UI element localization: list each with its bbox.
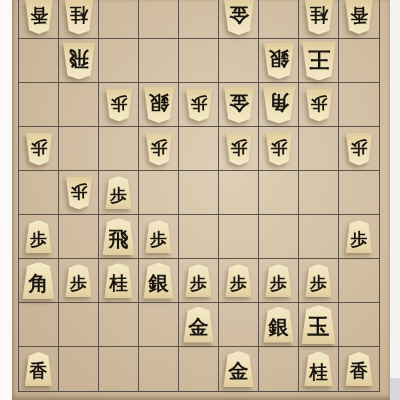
cell-2-6[interactable]: [299, 215, 339, 259]
cell-8-4[interactable]: [59, 127, 99, 171]
piece-sente-kin[interactable]: 金: [223, 351, 255, 387]
cell-4-3[interactable]: 金: [219, 83, 259, 127]
piece-gote-kyo[interactable]: 香: [24, 0, 53, 34]
piece-kanji: 金: [223, 87, 255, 123]
piece-sente-kin[interactable]: 金: [183, 307, 215, 343]
cell-6-3[interactable]: 銀: [139, 83, 179, 127]
piece-sente-fu[interactable]: 歩: [145, 220, 173, 253]
cell-2-8[interactable]: 玉: [299, 303, 339, 347]
piece-gote-kaku[interactable]: 角: [262, 86, 296, 123]
cell-8-6[interactable]: [59, 215, 99, 259]
cell-6-5[interactable]: [139, 171, 179, 215]
piece-gote-fu[interactable]: 歩: [225, 132, 253, 165]
piece-sente-fu[interactable]: 歩: [305, 264, 333, 297]
piece-kanji: 歩: [345, 132, 373, 165]
cell-1-1[interactable]: 香: [339, 0, 379, 39]
cell-7-6[interactable]: 飛: [99, 215, 139, 259]
piece-gote-hisha[interactable]: 飛: [62, 42, 96, 79]
piece-kanji: 歩: [105, 176, 133, 209]
cell-3-1[interactable]: [259, 0, 299, 39]
piece-sente-fu[interactable]: 歩: [105, 176, 133, 209]
cell-2-9[interactable]: 桂: [299, 347, 339, 391]
cell-1-8[interactable]: [339, 303, 379, 347]
piece-kanji: 歩: [25, 220, 53, 253]
shogi-board: 香桂金桂香飛銀王歩銀歩金角歩歩歩歩歩歩歩歩歩飛歩歩角歩桂銀歩歩歩歩金銀玉香金桂香: [12, 0, 390, 400]
piece-kanji: 飛: [62, 42, 96, 79]
photo-background: 香桂金桂香飛銀王歩銀歩金角歩歩歩歩歩歩歩歩歩飛歩歩角歩桂銀歩歩歩歩金銀玉香金桂香: [0, 0, 400, 400]
cell-3-7[interactable]: 歩: [259, 259, 299, 303]
piece-gote-kei[interactable]: 桂: [304, 0, 334, 34]
cell-5-2[interactable]: [179, 39, 219, 83]
cell-3-5[interactable]: [259, 171, 299, 215]
piece-kanji: 金: [223, 0, 255, 35]
piece-kanji: 銀: [263, 43, 295, 79]
piece-kanji: 歩: [185, 88, 213, 121]
piece-kanji: 歩: [65, 176, 93, 209]
piece-kanji: 歩: [345, 220, 373, 253]
cell-5-4[interactable]: [179, 127, 219, 171]
piece-gote-kin[interactable]: 金: [223, 87, 255, 123]
piece-kanji: 香: [24, 0, 53, 34]
cell-9-2[interactable]: [19, 39, 59, 83]
cell-9-9[interactable]: 香: [19, 347, 59, 391]
cell-3-8[interactable]: 銀: [259, 303, 299, 347]
piece-kanji: 銀: [263, 307, 295, 343]
piece-sente-kyo[interactable]: 香: [345, 352, 374, 386]
piece-sente-gin[interactable]: 銀: [143, 263, 175, 299]
piece-kanji: 歩: [225, 264, 253, 297]
cell-4-5[interactable]: [219, 171, 259, 215]
piece-kanji: 歩: [265, 132, 293, 165]
cell-7-8[interactable]: [99, 303, 139, 347]
piece-gote-fu[interactable]: 歩: [345, 132, 373, 165]
cell-7-1[interactable]: [99, 0, 139, 39]
piece-kanji: 玉: [301, 305, 337, 344]
cell-5-9[interactable]: [179, 347, 219, 391]
piece-kanji: 歩: [185, 264, 213, 297]
cell-3-9[interactable]: [259, 347, 299, 391]
cell-5-3[interactable]: 歩: [179, 83, 219, 127]
piece-kanji: 歩: [225, 132, 253, 165]
cell-4-2[interactable]: [219, 39, 259, 83]
piece-kanji: 歩: [265, 264, 293, 297]
cell-7-9[interactable]: [99, 347, 139, 391]
piece-gote-kin[interactable]: 金: [223, 0, 255, 35]
cell-6-8[interactable]: [139, 303, 179, 347]
cell-8-5[interactable]: 歩: [59, 171, 99, 215]
piece-kanji: 角: [22, 262, 56, 299]
piece-kanji: 飛: [102, 218, 136, 255]
cell-6-2[interactable]: [139, 39, 179, 83]
cell-2-1[interactable]: 桂: [299, 0, 339, 39]
cell-2-3[interactable]: 歩: [299, 83, 339, 127]
cell-6-6[interactable]: 歩: [139, 215, 179, 259]
cell-9-7[interactable]: 角: [19, 259, 59, 303]
cell-2-5[interactable]: [299, 171, 339, 215]
cell-7-7[interactable]: 桂: [99, 259, 139, 303]
piece-sente-fu[interactable]: 歩: [345, 220, 373, 253]
piece-sente-fu[interactable]: 歩: [185, 264, 213, 297]
piece-sente-gin[interactable]: 銀: [263, 307, 295, 343]
cell-6-1[interactable]: [139, 0, 179, 39]
piece-sente-hisha[interactable]: 飛: [102, 218, 136, 255]
cell-4-6[interactable]: [219, 215, 259, 259]
piece-gote-gyoku[interactable]: 王: [301, 41, 337, 80]
piece-gote-kyo[interactable]: 香: [345, 0, 374, 34]
cell-8-2[interactable]: 飛: [59, 39, 99, 83]
cell-4-9[interactable]: 金: [219, 347, 259, 391]
piece-kanji: 歩: [105, 88, 133, 121]
cell-1-2[interactable]: [339, 39, 379, 83]
cell-4-4[interactable]: 歩: [219, 127, 259, 171]
piece-kanji: 王: [301, 41, 337, 80]
piece-sente-kaku[interactable]: 角: [22, 262, 56, 299]
cell-7-5[interactable]: 歩: [99, 171, 139, 215]
piece-gote-gin[interactable]: 銀: [263, 43, 295, 79]
cell-2-7[interactable]: 歩: [299, 259, 339, 303]
cell-5-8[interactable]: 金: [179, 303, 219, 347]
cell-1-5[interactable]: [339, 171, 379, 215]
cell-6-7[interactable]: 銀: [139, 259, 179, 303]
cell-8-1[interactable]: 桂: [59, 0, 99, 39]
piece-gote-gin[interactable]: 銀: [143, 87, 175, 123]
cell-3-6[interactable]: [259, 215, 299, 259]
piece-kanji: 銀: [143, 263, 175, 299]
cell-8-7[interactable]: 歩: [59, 259, 99, 303]
piece-kanji: 歩: [305, 88, 333, 121]
piece-sente-kei[interactable]: 桂: [304, 352, 334, 387]
piece-kanji: 歩: [65, 264, 93, 297]
cell-3-3[interactable]: 角: [259, 83, 299, 127]
piece-sente-fu[interactable]: 歩: [225, 264, 253, 297]
piece-sente-fu[interactable]: 歩: [25, 220, 53, 253]
cell-7-3[interactable]: 歩: [99, 83, 139, 127]
piece-kanji: 歩: [145, 132, 173, 165]
cell-5-5[interactable]: [179, 171, 219, 215]
cell-4-7[interactable]: 歩: [219, 259, 259, 303]
cell-9-8[interactable]: [19, 303, 59, 347]
cell-8-3[interactable]: [59, 83, 99, 127]
piece-gote-fu[interactable]: 歩: [145, 132, 173, 165]
piece-sente-fu[interactable]: 歩: [65, 264, 93, 297]
cell-5-7[interactable]: 歩: [179, 259, 219, 303]
cell-2-2[interactable]: 王: [299, 39, 339, 83]
cell-1-6[interactable]: 歩: [339, 215, 379, 259]
piece-kanji: 角: [262, 86, 296, 123]
piece-kanji: 歩: [25, 132, 53, 165]
piece-kanji: 桂: [304, 0, 334, 34]
background-right-strip: [389, 0, 400, 400]
piece-kanji: 歩: [305, 264, 333, 297]
piece-sente-fu[interactable]: 歩: [265, 264, 293, 297]
piece-sente-kyo[interactable]: 香: [24, 352, 53, 386]
piece-gote-fu[interactable]: 歩: [305, 88, 333, 121]
piece-gote-fu[interactable]: 歩: [65, 176, 93, 209]
piece-kanji: 銀: [143, 87, 175, 123]
piece-sente-kei[interactable]: 桂: [104, 263, 134, 298]
cell-5-1[interactable]: [179, 0, 219, 39]
piece-kanji: 香: [345, 0, 374, 34]
cell-9-3[interactable]: [19, 83, 59, 127]
cell-5-6[interactable]: [179, 215, 219, 259]
piece-sente-gyoku[interactable]: 玉: [301, 305, 337, 344]
cell-9-1[interactable]: 香: [19, 0, 59, 39]
piece-gote-fu[interactable]: 歩: [265, 132, 293, 165]
cell-7-2[interactable]: [99, 39, 139, 83]
piece-gote-fu[interactable]: 歩: [25, 132, 53, 165]
cell-1-9[interactable]: 香: [339, 347, 379, 391]
cell-6-4[interactable]: 歩: [139, 127, 179, 171]
piece-kanji: 歩: [145, 220, 173, 253]
cell-1-3[interactable]: [339, 83, 379, 127]
cell-1-7[interactable]: [339, 259, 379, 303]
cell-9-5[interactable]: [19, 171, 59, 215]
background-left-strip: [0, 0, 12, 400]
cell-4-1[interactable]: 金: [219, 0, 259, 39]
piece-kanji: 桂: [64, 0, 94, 34]
piece-kanji: 桂: [104, 263, 134, 298]
piece-gote-fu[interactable]: 歩: [105, 88, 133, 121]
piece-kanji: 香: [24, 352, 53, 386]
cell-8-9[interactable]: [59, 347, 99, 391]
cell-3-4[interactable]: 歩: [259, 127, 299, 171]
cell-6-9[interactable]: [139, 347, 179, 391]
cell-9-4[interactable]: 歩: [19, 127, 59, 171]
cell-9-6[interactable]: 歩: [19, 215, 59, 259]
cell-1-4[interactable]: 歩: [339, 127, 379, 171]
piece-gote-kei[interactable]: 桂: [64, 0, 94, 34]
piece-kanji: 桂: [304, 352, 334, 387]
board-grid: 香桂金桂香飛銀王歩銀歩金角歩歩歩歩歩歩歩歩歩飛歩歩角歩桂銀歩歩歩歩金銀玉香金桂香: [18, 0, 380, 392]
cell-2-4[interactable]: [299, 127, 339, 171]
cell-4-8[interactable]: [219, 303, 259, 347]
piece-kanji: 金: [223, 351, 255, 387]
cell-3-2[interactable]: 銀: [259, 39, 299, 83]
piece-kanji: 金: [183, 307, 215, 343]
piece-gote-fu[interactable]: 歩: [185, 88, 213, 121]
piece-kanji: 香: [345, 352, 374, 386]
cell-7-4[interactable]: [99, 127, 139, 171]
cell-8-8[interactable]: [59, 303, 99, 347]
